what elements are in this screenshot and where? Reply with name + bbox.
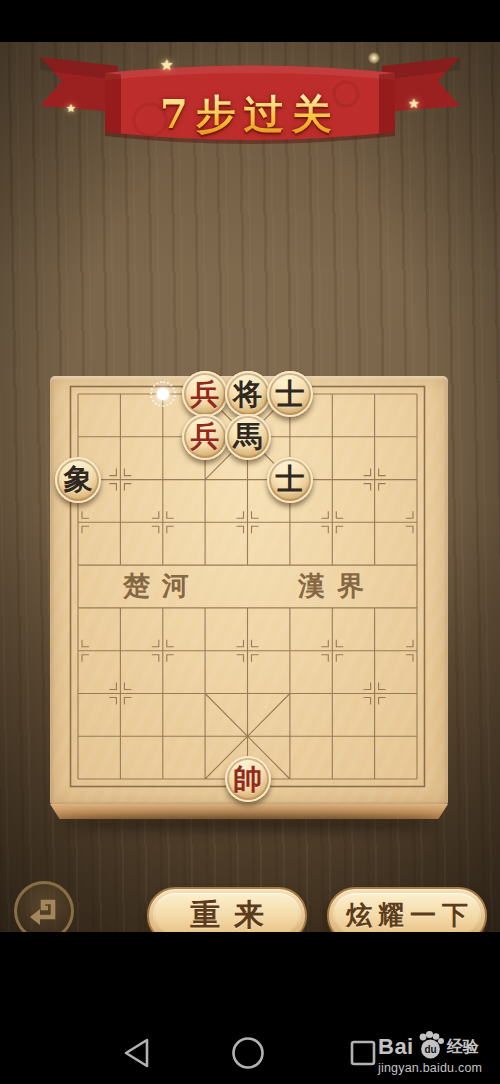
- piece-layer: 兵将士兵馬象士帥: [50, 376, 448, 804]
- restart-button-label: 重来: [176, 895, 278, 936]
- android-navbar: Bai du 经验 jingyan.baidu.com: [0, 932, 500, 1084]
- status-bar: [0, 0, 500, 42]
- baidu-du-text: du: [424, 1044, 436, 1055]
- home-icon[interactable]: [234, 1039, 263, 1068]
- level-title: 7步过关: [30, 87, 470, 142]
- recents-icon[interactable]: [352, 1042, 374, 1064]
- sparkle-glow: [368, 52, 380, 64]
- move-hint-marker: [149, 380, 177, 408]
- game-scene: 7步过关 ★ ★ ★ 楚河 漢界 兵将士兵馬象士帥 重来: [0, 42, 500, 932]
- baidu-logo-text: Bai: [378, 1034, 414, 1060]
- jingyan-text: 经验: [447, 1037, 479, 1060]
- board-drop-shadow: [58, 816, 440, 830]
- baidu-paw-icon: du: [415, 1030, 445, 1060]
- star-decoration: ★: [408, 96, 420, 111]
- black-horse[interactable]: 馬: [225, 414, 271, 460]
- black-elephant[interactable]: 象: [55, 457, 101, 503]
- watermark-url: jingyan.baidu.com: [378, 1061, 500, 1075]
- level-banner: 7步过关 ★ ★ ★: [30, 50, 470, 160]
- black-advisor[interactable]: 士: [267, 371, 313, 417]
- black-advisor[interactable]: 士: [267, 457, 313, 503]
- baidu-watermark: Bai du 经验 jingyan.baidu.com: [378, 1030, 500, 1075]
- red-soldier[interactable]: 兵: [182, 414, 228, 460]
- show-off-button-label: 炫耀一下: [340, 898, 474, 933]
- return-arrow-icon: [26, 893, 62, 929]
- red-soldier[interactable]: 兵: [182, 371, 228, 417]
- black-general[interactable]: 将: [225, 371, 271, 417]
- red-general[interactable]: 帥: [225, 756, 271, 802]
- star-decoration: ★: [66, 102, 76, 115]
- phone-screen: 7步过关 ★ ★ ★ 楚河 漢界 兵将士兵馬象士帥 重来: [0, 0, 500, 1084]
- star-decoration: ★: [160, 56, 173, 74]
- back-icon[interactable]: [126, 1040, 147, 1066]
